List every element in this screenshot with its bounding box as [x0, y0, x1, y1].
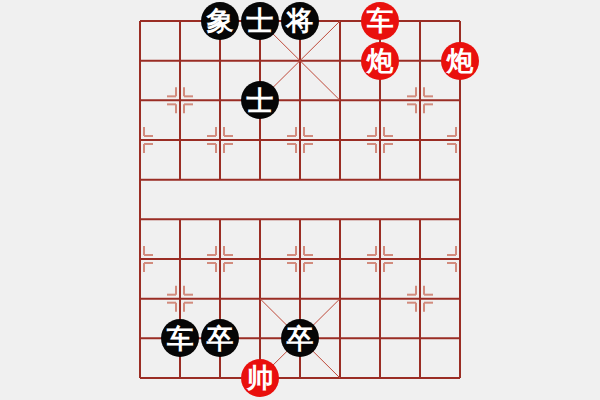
xiangqi-board: 象士将车炮炮士车卒卒帅 [0, 0, 600, 400]
piece-red-cannon[interactable]: 炮 [361, 42, 399, 80]
piece-black-general[interactable]: 将 [281, 2, 319, 40]
piece-black-chariot[interactable]: 车 [161, 319, 199, 357]
piece-black-advisor[interactable]: 士 [241, 2, 279, 40]
piece-black-advisor[interactable]: 士 [241, 81, 279, 119]
pieces-layer: 象士将车炮炮士车卒卒帅 [120, 1, 480, 398]
piece-red-chariot[interactable]: 车 [361, 2, 399, 40]
piece-black-pawn[interactable]: 卒 [201, 319, 239, 357]
piece-black-pawn[interactable]: 卒 [281, 319, 319, 357]
piece-red-cannon[interactable]: 炮 [441, 42, 479, 80]
piece-red-general[interactable]: 帅 [241, 359, 279, 397]
piece-black-elephant[interactable]: 象 [201, 2, 239, 40]
